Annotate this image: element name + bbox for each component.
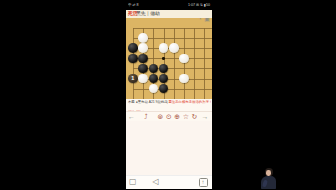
stone-white[interactable]	[138, 74, 148, 84]
bottom-nav-bar: ▢ ◁ ↑	[126, 175, 212, 189]
status-right: 1:07 ⊞ ⇅ ▮50	[187, 3, 209, 7]
stone-black[interactable]	[159, 74, 169, 84]
board-corner-icons[interactable]: ◔ ▣	[198, 18, 210, 22]
info-line-1: 本题 ●黑先劫 A21 9段挑战 要注意白棋先手做活的次序！	[128, 100, 163, 104]
back-icon[interactable]: ←	[128, 113, 135, 120]
stone-black[interactable]	[138, 54, 148, 64]
go-board[interactable]: ◔ ▣ 1	[126, 18, 212, 100]
submit-up-icon[interactable]: ↑	[199, 178, 208, 187]
person-figure	[258, 168, 278, 189]
stone-black-move1[interactable]: 1	[128, 74, 138, 84]
answer-1-icon[interactable]: ⊜	[158, 113, 164, 120]
video-frame: 中 ⇄ 8 1:07 ⊞ ⇅ ▮50 死活 黑先｜做劫 ◔ ▣ 1 本题 ●黑先…	[0, 0, 336, 189]
stone-black[interactable]	[128, 43, 138, 53]
favorite-star-icon[interactable]: ☆	[183, 113, 189, 120]
recent-apps-icon[interactable]: ▢	[129, 178, 137, 186]
grid-line-v	[204, 28, 205, 99]
stone-black[interactable]	[149, 74, 159, 84]
status-bar: 中 ⇄ 8 1:07 ⊞ ⇅ ▮50	[126, 0, 212, 10]
back-nav-icon[interactable]: ◁	[153, 178, 159, 186]
stone-black[interactable]	[149, 64, 159, 74]
forward-icon[interactable]: →	[202, 113, 209, 120]
stone-white[interactable]	[149, 84, 159, 94]
status-left: 中 ⇄ 8	[128, 2, 139, 7]
star-point	[162, 57, 165, 60]
answer-2-icon[interactable]: ⊙	[166, 113, 172, 120]
title-bar: 死活 黑先｜做劫	[126, 10, 212, 18]
retry-icon[interactable]: ↻	[191, 113, 197, 120]
info-line1-red: 要注意白棋先手做活的次序！	[168, 100, 212, 104]
page-title: 黑先｜做劫	[136, 10, 160, 17]
stone-black[interactable]	[159, 64, 169, 74]
grid-line-h	[133, 28, 212, 29]
stone-white[interactable]	[159, 43, 169, 53]
answer-3-icon[interactable]: ⊕	[174, 113, 180, 120]
move-number-label: 1	[131, 76, 134, 81]
stone-white[interactable]	[179, 74, 189, 84]
stone-black[interactable]	[159, 84, 169, 94]
phone-screen: 中 ⇄ 8 1:07 ⊞ ⇅ ▮50 死活 黑先｜做劫 ◔ ▣ 1 本题 ●黑先…	[126, 0, 212, 189]
stone-black[interactable]	[128, 54, 138, 64]
share-icon[interactable]: ⤴	[144, 113, 148, 120]
stone-black[interactable]	[138, 64, 148, 74]
stone-white[interactable]	[169, 43, 179, 53]
info-line1-dark: 本题 ●黑先劫 A21 9段挑战	[128, 100, 168, 104]
toolbar: ←⤴⊜⊙⊕☆↻→	[126, 112, 212, 121]
answer-area	[126, 121, 212, 175]
stone-white[interactable]	[138, 33, 148, 43]
info-bar: 本题 ●黑先劫 A21 9段挑战 要注意白棋先手做活的次序！ 打劫成功！	[126, 99, 212, 112]
letterbox-strip	[126, 189, 212, 190]
stone-white[interactable]	[179, 54, 189, 64]
stone-white[interactable]	[138, 43, 148, 53]
grid-line-h	[133, 89, 212, 90]
